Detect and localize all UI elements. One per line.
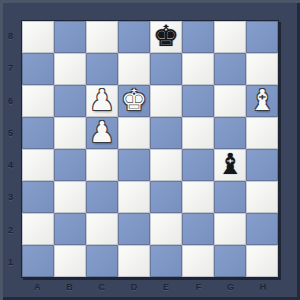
chessboard[interactable]: ♚♟♚♝♟♝ bbox=[21, 20, 279, 278]
square-d4[interactable] bbox=[118, 149, 150, 181]
square-f5[interactable] bbox=[182, 117, 214, 149]
black-king[interactable]: ♚ bbox=[153, 22, 179, 51]
rank-label-4: 4 bbox=[0, 149, 21, 181]
square-c5[interactable]: ♟ bbox=[86, 117, 118, 149]
square-f4[interactable] bbox=[182, 149, 214, 181]
square-g3[interactable] bbox=[214, 181, 246, 213]
square-b1[interactable] bbox=[54, 245, 86, 277]
file-label-h: H bbox=[247, 279, 279, 300]
file-label-d: D bbox=[118, 279, 150, 300]
square-d3[interactable] bbox=[118, 181, 150, 213]
square-c6[interactable]: ♟ bbox=[86, 85, 118, 117]
white-pawn[interactable]: ♟ bbox=[89, 86, 115, 115]
square-d1[interactable] bbox=[118, 245, 150, 277]
square-a1[interactable] bbox=[22, 245, 54, 277]
square-f6[interactable] bbox=[182, 85, 214, 117]
square-b8[interactable] bbox=[54, 21, 86, 53]
square-c1[interactable] bbox=[86, 245, 118, 277]
square-a3[interactable] bbox=[22, 181, 54, 213]
square-g7[interactable] bbox=[214, 53, 246, 85]
white-bishop[interactable]: ♝ bbox=[249, 86, 275, 115]
square-e1[interactable] bbox=[150, 245, 182, 277]
square-c3[interactable] bbox=[86, 181, 118, 213]
file-label-g: G bbox=[215, 279, 247, 300]
file-label-a: A bbox=[21, 279, 53, 300]
square-d5[interactable] bbox=[118, 117, 150, 149]
square-e4[interactable] bbox=[150, 149, 182, 181]
square-g6[interactable] bbox=[214, 85, 246, 117]
square-e5[interactable] bbox=[150, 117, 182, 149]
square-d6[interactable]: ♚ bbox=[118, 85, 150, 117]
square-e6[interactable] bbox=[150, 85, 182, 117]
square-b2[interactable] bbox=[54, 213, 86, 245]
square-e7[interactable] bbox=[150, 53, 182, 85]
square-a8[interactable] bbox=[22, 21, 54, 53]
square-f1[interactable] bbox=[182, 245, 214, 277]
square-h7[interactable] bbox=[246, 53, 278, 85]
square-b5[interactable] bbox=[54, 117, 86, 149]
rank-label-8: 8 bbox=[0, 20, 21, 52]
file-labels: ABCDEFGH bbox=[21, 279, 279, 300]
square-f2[interactable] bbox=[182, 213, 214, 245]
rank-label-1: 1 bbox=[0, 246, 21, 278]
square-c7[interactable] bbox=[86, 53, 118, 85]
rank-labels: 87654321 bbox=[0, 20, 21, 278]
rank-label-6: 6 bbox=[0, 85, 21, 117]
square-f8[interactable] bbox=[182, 21, 214, 53]
square-a4[interactable] bbox=[22, 149, 54, 181]
square-h5[interactable] bbox=[246, 117, 278, 149]
square-c4[interactable] bbox=[86, 149, 118, 181]
square-b4[interactable] bbox=[54, 149, 86, 181]
square-g4[interactable]: ♝ bbox=[214, 149, 246, 181]
square-h6[interactable]: ♝ bbox=[246, 85, 278, 117]
square-b3[interactable] bbox=[54, 181, 86, 213]
file-label-b: B bbox=[53, 279, 85, 300]
black-bishop[interactable]: ♝ bbox=[217, 150, 243, 179]
file-label-f: F bbox=[182, 279, 214, 300]
square-a6[interactable] bbox=[22, 85, 54, 117]
square-d7[interactable] bbox=[118, 53, 150, 85]
square-f7[interactable] bbox=[182, 53, 214, 85]
rank-label-2: 2 bbox=[0, 214, 21, 246]
square-g5[interactable] bbox=[214, 117, 246, 149]
rank-label-3: 3 bbox=[0, 181, 21, 213]
square-d8[interactable] bbox=[118, 21, 150, 53]
square-e8[interactable]: ♚ bbox=[150, 21, 182, 53]
square-h8[interactable] bbox=[246, 21, 278, 53]
white-pawn[interactable]: ♟ bbox=[89, 118, 115, 147]
square-a5[interactable] bbox=[22, 117, 54, 149]
rank-label-5: 5 bbox=[0, 117, 21, 149]
square-g1[interactable] bbox=[214, 245, 246, 277]
square-b6[interactable] bbox=[54, 85, 86, 117]
square-d2[interactable] bbox=[118, 213, 150, 245]
square-b7[interactable] bbox=[54, 53, 86, 85]
file-label-e: E bbox=[150, 279, 182, 300]
square-h4[interactable] bbox=[246, 149, 278, 181]
square-h3[interactable] bbox=[246, 181, 278, 213]
square-e3[interactable] bbox=[150, 181, 182, 213]
rank-label-7: 7 bbox=[0, 52, 21, 84]
square-h1[interactable] bbox=[246, 245, 278, 277]
square-c2[interactable] bbox=[86, 213, 118, 245]
square-c8[interactable] bbox=[86, 21, 118, 53]
square-g8[interactable] bbox=[214, 21, 246, 53]
chessboard-frame: 87654321 ♚♟♚♝♟♝ ABCDEFGH bbox=[0, 0, 300, 300]
square-a7[interactable] bbox=[22, 53, 54, 85]
white-king[interactable]: ♚ bbox=[121, 86, 147, 115]
square-h2[interactable] bbox=[246, 213, 278, 245]
square-g2[interactable] bbox=[214, 213, 246, 245]
square-e2[interactable] bbox=[150, 213, 182, 245]
file-label-c: C bbox=[86, 279, 118, 300]
square-a2[interactable] bbox=[22, 213, 54, 245]
square-f3[interactable] bbox=[182, 181, 214, 213]
